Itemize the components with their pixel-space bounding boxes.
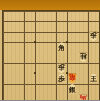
board-cell-4-2[interactable]	[56, 21, 67, 31]
piece-glyph: 馬	[80, 95, 87, 100]
board-cell-5-9[interactable]	[46, 94, 57, 100]
star-point	[34, 41, 36, 43]
board-cell-6-3[interactable]	[35, 31, 46, 41]
board-cell-2-7[interactable]	[78, 73, 89, 83]
board-cell-5-5[interactable]	[46, 52, 57, 62]
board-cell-4-1[interactable]	[56, 11, 67, 21]
piece-body: 銀	[68, 84, 77, 94]
board-cell-6-5[interactable]	[35, 52, 46, 62]
board-cell-9-5[interactable]	[3, 52, 14, 62]
board-cell-2-8[interactable]	[78, 84, 89, 94]
board-cell-8-5[interactable]	[14, 52, 25, 62]
board-cell-3-4[interactable]	[67, 42, 78, 52]
board-cell-4-9[interactable]	[56, 94, 67, 100]
board-cell-5-6[interactable]	[46, 63, 57, 73]
board-cell-2-3[interactable]	[78, 31, 89, 41]
board-cell-8-1[interactable]	[14, 11, 25, 21]
piece-glyph: 歩	[58, 64, 65, 71]
board-cell-1-5[interactable]	[88, 52, 99, 62]
board-cell-1-1[interactable]	[88, 11, 99, 21]
board-cell-9-8[interactable]	[3, 84, 14, 94]
board-cell-9-6[interactable]	[3, 63, 14, 73]
shogi-piece-竜-37[interactable]: 竜	[67, 73, 78, 83]
piece-glyph: 歩	[90, 32, 97, 39]
board-cell-7-5[interactable]	[24, 52, 35, 62]
piece-body: 歩	[57, 63, 66, 73]
board-cell-2-4[interactable]	[78, 42, 89, 52]
board-cell-8-4[interactable]	[14, 42, 25, 52]
board-cell-9-3[interactable]	[3, 31, 14, 41]
board-cell-9-2[interactable]	[3, 21, 14, 31]
board-cell-2-2[interactable]	[78, 21, 89, 31]
board-cell-7-4[interactable]	[24, 42, 35, 52]
piece-body: 角	[57, 42, 66, 52]
board-cell-7-8[interactable]	[24, 84, 35, 94]
piece-body: 歩	[57, 74, 66, 84]
board-cell-7-7[interactable]	[24, 73, 35, 83]
board-cell-3-6[interactable]	[67, 63, 78, 73]
board-cell-8-6[interactable]	[14, 63, 25, 73]
board-cell-8-9[interactable]	[14, 94, 25, 100]
piece-glyph: 桂	[80, 53, 87, 60]
shogi-app-screen: 歩角桂歩歩竜王銀馬	[0, 0, 100, 100]
board-cell-1-6[interactable]	[88, 63, 99, 73]
star-point	[34, 72, 36, 74]
board-cell-4-5[interactable]	[56, 52, 67, 62]
shogi-piece-馬-29[interactable]: 馬	[78, 94, 89, 100]
board-cell-3-2[interactable]	[67, 21, 78, 31]
board-cell-6-6[interactable]	[35, 63, 46, 73]
piece-glyph: 角	[58, 45, 65, 52]
shogi-board[interactable]: 歩角桂歩歩竜王銀馬	[2, 10, 100, 101]
shogi-piece-銀-38[interactable]: 銀	[67, 84, 78, 94]
piece-body: 桂	[78, 53, 87, 63]
board-cell-5-2[interactable]	[46, 21, 57, 31]
board-cell-2-1[interactable]	[78, 11, 89, 21]
board-cell-5-8[interactable]	[46, 84, 57, 94]
board-cell-8-7[interactable]	[14, 73, 25, 83]
board-cell-8-2[interactable]	[14, 21, 25, 31]
board-cell-5-1[interactable]	[46, 11, 57, 21]
board-cell-8-3[interactable]	[14, 31, 25, 41]
shogi-piece-歩-46[interactable]: 歩	[56, 63, 67, 73]
board-cell-4-8[interactable]	[56, 84, 67, 94]
table-surface	[0, 0, 100, 10]
shogi-piece-歩-47[interactable]: 歩	[56, 73, 67, 83]
board-cell-6-8[interactable]	[35, 84, 46, 94]
board-cell-9-7[interactable]	[3, 73, 14, 83]
board-cell-3-3[interactable]	[67, 31, 78, 41]
piece-body: 馬	[78, 95, 87, 100]
piece-body: 竜	[68, 74, 77, 84]
board-cell-2-6[interactable]	[78, 63, 89, 73]
board-cell-3-9[interactable]	[67, 94, 78, 100]
piece-glyph: 王	[90, 76, 97, 83]
board-cell-6-2[interactable]	[35, 21, 46, 31]
piece-body: 歩	[89, 32, 98, 42]
board-cell-3-5[interactable]	[67, 52, 78, 62]
board-cell-1-2[interactable]	[88, 21, 99, 31]
shogi-piece-桂-25[interactable]: 桂	[78, 52, 89, 62]
piece-glyph: 銀	[69, 87, 76, 94]
board-cell-6-4[interactable]	[35, 42, 46, 52]
shogi-piece-角-44[interactable]: 角	[56, 42, 67, 52]
piece-glyph: 歩	[58, 76, 65, 83]
board-cell-7-1[interactable]	[24, 11, 35, 21]
board-cell-1-8[interactable]	[88, 84, 99, 94]
board-cell-9-9[interactable]	[3, 94, 14, 100]
piece-glyph: 竜	[69, 74, 76, 81]
board-cell-6-9[interactable]	[35, 94, 46, 100]
board-cell-7-9[interactable]	[24, 94, 35, 100]
board-cell-3-1[interactable]	[67, 11, 78, 21]
piece-body: 王	[89, 74, 98, 84]
board-cell-9-4[interactable]	[3, 42, 14, 52]
board-cell-5-3[interactable]	[46, 31, 57, 41]
board-cell-1-4[interactable]	[88, 42, 99, 52]
board-cell-1-9[interactable]	[88, 94, 99, 100]
shogi-piece-歩-13[interactable]: 歩	[88, 31, 99, 41]
board-cell-6-1[interactable]	[35, 11, 46, 21]
shogi-piece-王-17[interactable]: 王	[88, 73, 99, 83]
board-cell-7-2[interactable]	[24, 21, 35, 31]
board-cell-6-7[interactable]	[35, 73, 46, 83]
board-cell-5-7[interactable]	[46, 73, 57, 83]
board-cell-8-8[interactable]	[14, 84, 25, 94]
board-cell-5-4[interactable]	[46, 42, 57, 52]
board-cell-9-1[interactable]	[3, 11, 14, 21]
